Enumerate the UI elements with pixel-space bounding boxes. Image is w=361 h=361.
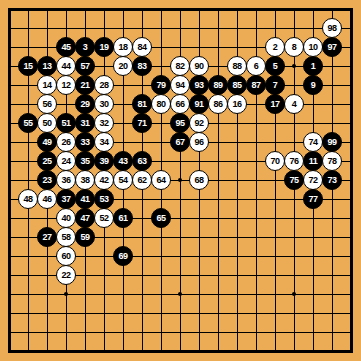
move-number: 91 bbox=[194, 99, 203, 108]
move-number: 56 bbox=[42, 99, 51, 108]
move-number: 74 bbox=[308, 137, 317, 146]
stone-white-8[interactable]: 8 bbox=[284, 37, 304, 57]
move-number: 41 bbox=[80, 194, 89, 203]
stone-white-96[interactable]: 96 bbox=[189, 132, 209, 152]
stone-black-49[interactable]: 49 bbox=[37, 132, 57, 152]
stone-black-73[interactable]: 73 bbox=[322, 170, 342, 190]
move-number: 9 bbox=[311, 80, 316, 89]
stone-white-38[interactable]: 38 bbox=[75, 170, 95, 190]
stone-white-42[interactable]: 42 bbox=[94, 170, 114, 190]
stone-black-87[interactable]: 87 bbox=[246, 75, 266, 95]
stone-white-86[interactable]: 86 bbox=[208, 94, 228, 114]
move-number: 62 bbox=[137, 175, 146, 184]
move-number: 48 bbox=[23, 194, 32, 203]
stone-white-46[interactable]: 46 bbox=[37, 189, 57, 209]
move-number: 75 bbox=[289, 175, 298, 184]
move-number: 2 bbox=[273, 42, 278, 51]
stone-black-9[interactable]: 9 bbox=[303, 75, 323, 95]
move-number: 68 bbox=[194, 175, 203, 184]
stone-white-90[interactable]: 90 bbox=[189, 56, 209, 76]
move-number: 81 bbox=[137, 99, 146, 108]
stone-black-31[interactable]: 31 bbox=[75, 113, 95, 133]
stone-black-3[interactable]: 3 bbox=[75, 37, 95, 57]
stone-black-97[interactable]: 97 bbox=[322, 37, 342, 57]
stone-white-52[interactable]: 52 bbox=[94, 208, 114, 228]
stone-white-70[interactable]: 70 bbox=[265, 151, 285, 171]
move-number: 79 bbox=[156, 80, 165, 89]
star-point bbox=[292, 64, 296, 68]
stone-white-84[interactable]: 84 bbox=[132, 37, 152, 57]
stone-black-43[interactable]: 43 bbox=[113, 151, 133, 171]
stone-white-76[interactable]: 76 bbox=[284, 151, 304, 171]
move-number: 16 bbox=[232, 99, 241, 108]
stone-black-37[interactable]: 37 bbox=[56, 189, 76, 209]
move-number: 22 bbox=[61, 270, 70, 279]
move-number: 1 bbox=[311, 61, 316, 70]
stone-white-68[interactable]: 68 bbox=[189, 170, 209, 190]
move-number: 72 bbox=[308, 175, 317, 184]
move-number: 63 bbox=[137, 156, 146, 165]
stone-white-74[interactable]: 74 bbox=[303, 132, 323, 152]
move-number: 27 bbox=[42, 232, 51, 241]
stone-white-32[interactable]: 32 bbox=[94, 113, 114, 133]
move-number: 18 bbox=[118, 42, 127, 51]
stone-black-47[interactable]: 47 bbox=[75, 208, 95, 228]
move-number: 58 bbox=[61, 232, 70, 241]
move-number: 80 bbox=[156, 99, 165, 108]
stone-white-58[interactable]: 58 bbox=[56, 227, 76, 247]
move-number: 44 bbox=[61, 61, 70, 70]
move-number: 90 bbox=[194, 61, 203, 70]
stone-black-23[interactable]: 23 bbox=[37, 170, 57, 190]
stone-white-54[interactable]: 54 bbox=[113, 170, 133, 190]
move-number: 8 bbox=[292, 42, 297, 51]
move-number: 86 bbox=[213, 99, 222, 108]
stone-black-81[interactable]: 81 bbox=[132, 94, 152, 114]
move-number: 15 bbox=[23, 61, 32, 70]
star-point bbox=[292, 292, 296, 296]
stone-white-12[interactable]: 12 bbox=[56, 75, 76, 95]
stone-white-94[interactable]: 94 bbox=[170, 75, 190, 95]
stone-white-16[interactable]: 16 bbox=[227, 94, 247, 114]
move-number: 70 bbox=[270, 156, 279, 165]
move-number: 84 bbox=[137, 42, 146, 51]
stone-black-91[interactable]: 91 bbox=[189, 94, 209, 114]
star-point bbox=[178, 178, 182, 182]
stone-white-88[interactable]: 88 bbox=[227, 56, 247, 76]
stone-black-55[interactable]: 55 bbox=[18, 113, 38, 133]
stone-white-62[interactable]: 62 bbox=[132, 170, 152, 190]
move-number: 61 bbox=[118, 213, 127, 222]
stone-white-82[interactable]: 82 bbox=[170, 56, 190, 76]
stone-white-50[interactable]: 50 bbox=[37, 113, 57, 133]
move-number: 52 bbox=[99, 213, 108, 222]
move-number: 4 bbox=[292, 99, 297, 108]
move-number: 64 bbox=[156, 175, 165, 184]
stone-white-24[interactable]: 24 bbox=[56, 151, 76, 171]
move-number: 95 bbox=[175, 118, 184, 127]
move-number: 92 bbox=[194, 118, 203, 127]
move-number: 26 bbox=[61, 137, 70, 146]
stone-black-29[interactable]: 29 bbox=[75, 94, 95, 114]
stone-white-18[interactable]: 18 bbox=[113, 37, 133, 57]
stone-white-56[interactable]: 56 bbox=[37, 94, 57, 114]
move-number: 97 bbox=[327, 42, 336, 51]
move-number: 31 bbox=[80, 118, 89, 127]
stone-black-41[interactable]: 41 bbox=[75, 189, 95, 209]
stone-white-28[interactable]: 28 bbox=[94, 75, 114, 95]
stone-black-17[interactable]: 17 bbox=[265, 94, 285, 114]
move-number: 54 bbox=[118, 175, 127, 184]
stone-white-26[interactable]: 26 bbox=[56, 132, 76, 152]
stone-black-51[interactable]: 51 bbox=[56, 113, 76, 133]
move-number: 93 bbox=[194, 80, 203, 89]
stone-white-4[interactable]: 4 bbox=[284, 94, 304, 114]
move-number: 28 bbox=[99, 80, 108, 89]
stone-black-69[interactable]: 69 bbox=[113, 246, 133, 266]
move-number: 34 bbox=[99, 137, 108, 146]
move-number: 37 bbox=[61, 194, 70, 203]
move-number: 89 bbox=[213, 80, 222, 89]
move-number: 82 bbox=[175, 61, 184, 70]
stone-white-10[interactable]: 10 bbox=[303, 37, 323, 57]
stone-white-34[interactable]: 34 bbox=[94, 132, 114, 152]
move-number: 30 bbox=[99, 99, 108, 108]
move-number: 23 bbox=[42, 175, 51, 184]
stone-black-57[interactable]: 57 bbox=[75, 56, 95, 76]
move-number: 29 bbox=[80, 99, 89, 108]
stone-black-53[interactable]: 53 bbox=[94, 189, 114, 209]
star-point bbox=[178, 292, 182, 296]
move-number: 6 bbox=[254, 61, 259, 70]
stone-black-71[interactable]: 71 bbox=[132, 113, 152, 133]
move-number: 42 bbox=[99, 175, 108, 184]
move-number: 66 bbox=[175, 99, 184, 108]
move-number: 25 bbox=[42, 156, 51, 165]
stone-black-67[interactable]: 67 bbox=[170, 132, 190, 152]
stone-white-44[interactable]: 44 bbox=[56, 56, 76, 76]
move-number: 43 bbox=[118, 156, 127, 165]
move-number: 59 bbox=[80, 232, 89, 241]
stone-black-65[interactable]: 65 bbox=[151, 208, 171, 228]
move-number: 36 bbox=[61, 175, 70, 184]
move-number: 40 bbox=[61, 213, 70, 222]
stone-white-30[interactable]: 30 bbox=[94, 94, 114, 114]
go-board-grid[interactable]: 1234567891011121314151617181920212223242… bbox=[0, 0, 361, 361]
stone-black-7[interactable]: 7 bbox=[265, 75, 285, 95]
move-number: 49 bbox=[42, 137, 51, 146]
move-number: 55 bbox=[23, 118, 32, 127]
move-number: 17 bbox=[270, 99, 279, 108]
stone-black-11[interactable]: 11 bbox=[303, 151, 323, 171]
stone-black-19[interactable]: 19 bbox=[94, 37, 114, 57]
stone-black-45[interactable]: 45 bbox=[56, 37, 76, 57]
move-number: 21 bbox=[80, 80, 89, 89]
stone-white-20[interactable]: 20 bbox=[113, 56, 133, 76]
move-number: 38 bbox=[80, 175, 89, 184]
move-number: 71 bbox=[137, 118, 146, 127]
stone-white-92[interactable]: 92 bbox=[189, 113, 209, 133]
move-number: 39 bbox=[99, 156, 108, 165]
move-number: 13 bbox=[42, 61, 51, 70]
move-number: 78 bbox=[327, 156, 336, 165]
move-number: 14 bbox=[42, 80, 51, 89]
stone-black-5[interactable]: 5 bbox=[265, 56, 285, 76]
stone-white-60[interactable]: 60 bbox=[56, 246, 76, 266]
stone-white-14[interactable]: 14 bbox=[37, 75, 57, 95]
move-number: 69 bbox=[118, 251, 127, 260]
stone-black-1[interactable]: 1 bbox=[303, 56, 323, 76]
stone-black-25[interactable]: 25 bbox=[37, 151, 57, 171]
move-number: 12 bbox=[61, 80, 70, 89]
move-number: 88 bbox=[232, 61, 241, 70]
move-number: 67 bbox=[175, 137, 184, 146]
move-number: 19 bbox=[99, 42, 108, 51]
move-number: 3 bbox=[83, 42, 88, 51]
move-number: 77 bbox=[308, 194, 317, 203]
move-number: 60 bbox=[61, 251, 70, 260]
move-number: 35 bbox=[80, 156, 89, 165]
stone-white-98[interactable]: 98 bbox=[322, 18, 342, 38]
stone-white-78[interactable]: 78 bbox=[322, 151, 342, 171]
stone-black-93[interactable]: 93 bbox=[189, 75, 209, 95]
stone-black-99[interactable]: 99 bbox=[322, 132, 342, 152]
move-number: 50 bbox=[42, 118, 51, 127]
stone-black-35[interactable]: 35 bbox=[75, 151, 95, 171]
move-number: 33 bbox=[80, 137, 89, 146]
move-number: 32 bbox=[99, 118, 108, 127]
stone-black-21[interactable]: 21 bbox=[75, 75, 95, 95]
stone-white-22[interactable]: 22 bbox=[56, 265, 76, 285]
move-number: 47 bbox=[80, 213, 89, 222]
stone-white-64[interactable]: 64 bbox=[151, 170, 171, 190]
move-number: 57 bbox=[80, 61, 89, 70]
move-number: 24 bbox=[61, 156, 70, 165]
stone-black-59[interactable]: 59 bbox=[75, 227, 95, 247]
move-number: 5 bbox=[273, 61, 278, 70]
move-number: 20 bbox=[118, 61, 127, 70]
move-number: 87 bbox=[251, 80, 260, 89]
stone-black-13[interactable]: 13 bbox=[37, 56, 57, 76]
move-number: 7 bbox=[273, 80, 278, 89]
move-number: 96 bbox=[194, 137, 203, 146]
move-number: 45 bbox=[61, 42, 70, 51]
move-number: 99 bbox=[327, 137, 336, 146]
stone-black-89[interactable]: 89 bbox=[208, 75, 228, 95]
stone-white-66[interactable]: 66 bbox=[170, 94, 190, 114]
stone-black-77[interactable]: 77 bbox=[303, 189, 323, 209]
stone-white-2[interactable]: 2 bbox=[265, 37, 285, 57]
stone-white-40[interactable]: 40 bbox=[56, 208, 76, 228]
move-number: 65 bbox=[156, 213, 165, 222]
move-number: 85 bbox=[232, 80, 241, 89]
go-board: 1234567891011121314151617181920212223242… bbox=[0, 0, 361, 361]
stone-black-61[interactable]: 61 bbox=[113, 208, 133, 228]
stone-white-6[interactable]: 6 bbox=[246, 56, 266, 76]
stone-white-72[interactable]: 72 bbox=[303, 170, 323, 190]
move-number: 46 bbox=[42, 194, 51, 203]
stone-white-36[interactable]: 36 bbox=[56, 170, 76, 190]
stone-black-75[interactable]: 75 bbox=[284, 170, 304, 190]
move-number: 51 bbox=[61, 118, 70, 127]
move-number: 76 bbox=[289, 156, 298, 165]
stone-white-48[interactable]: 48 bbox=[18, 189, 38, 209]
stone-black-79[interactable]: 79 bbox=[151, 75, 171, 95]
stone-black-63[interactable]: 63 bbox=[132, 151, 152, 171]
move-number: 94 bbox=[175, 80, 184, 89]
star-point bbox=[64, 292, 68, 296]
stone-black-39[interactable]: 39 bbox=[94, 151, 114, 171]
stone-black-85[interactable]: 85 bbox=[227, 75, 247, 95]
move-number: 73 bbox=[327, 175, 336, 184]
stone-black-15[interactable]: 15 bbox=[18, 56, 38, 76]
stone-black-33[interactable]: 33 bbox=[75, 132, 95, 152]
move-number: 11 bbox=[309, 156, 318, 165]
move-number: 98 bbox=[327, 23, 336, 32]
stone-white-80[interactable]: 80 bbox=[151, 94, 171, 114]
move-number: 53 bbox=[99, 194, 108, 203]
stone-black-95[interactable]: 95 bbox=[170, 113, 190, 133]
stone-black-83[interactable]: 83 bbox=[132, 56, 152, 76]
move-number: 10 bbox=[308, 42, 317, 51]
stone-black-27[interactable]: 27 bbox=[37, 227, 57, 247]
move-number: 83 bbox=[137, 61, 146, 70]
